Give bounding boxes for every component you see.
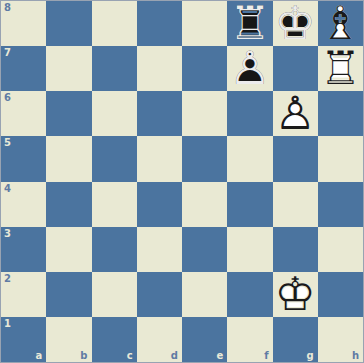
square-h7[interactable]: ♜♖ [318, 46, 363, 91]
square-e4[interactable] [182, 182, 227, 227]
square-d6[interactable] [137, 91, 182, 136]
square-c5[interactable] [92, 136, 137, 181]
square-e8[interactable] [182, 1, 227, 46]
square-f2[interactable] [227, 272, 272, 317]
square-d8[interactable] [137, 1, 182, 46]
square-b3[interactable] [46, 227, 91, 272]
square-e5[interactable] [182, 136, 227, 181]
square-h2[interactable] [318, 272, 363, 317]
file-label-b: b [80, 350, 87, 361]
square-e6[interactable] [182, 91, 227, 136]
square-b7[interactable] [46, 46, 91, 91]
square-g5[interactable] [273, 136, 318, 181]
square-h5[interactable] [318, 136, 363, 181]
chess-board: 8♜♖♚♔♝♗7♟♙♜♖6♟♙5432♚♔1abcdefgh [0, 0, 364, 363]
square-f8[interactable]: ♜♖ [227, 1, 272, 46]
square-f7[interactable]: ♟♙ [227, 46, 272, 91]
white-bishop-h8[interactable]: ♝♗ [318, 1, 363, 46]
square-d3[interactable] [137, 227, 182, 272]
square-c7[interactable] [92, 46, 137, 91]
square-g6[interactable]: ♟♙ [273, 91, 318, 136]
square-b8[interactable] [46, 1, 91, 46]
square-a2[interactable]: 2 [1, 272, 46, 317]
square-h6[interactable] [318, 91, 363, 136]
square-e1[interactable]: e [182, 317, 227, 362]
square-e2[interactable] [182, 272, 227, 317]
rank-label-6: 6 [4, 92, 11, 103]
file-label-c: c [127, 350, 133, 361]
square-b2[interactable] [46, 272, 91, 317]
king-outline: ♔ [273, 1, 318, 46]
file-label-a: a [36, 350, 43, 361]
black-pawn-f7[interactable]: ♟♙ [227, 46, 272, 91]
square-c4[interactable] [92, 182, 137, 227]
square-g2[interactable]: ♚♔ [273, 272, 318, 317]
square-a8[interactable]: 8 [1, 1, 46, 46]
square-c6[interactable] [92, 91, 137, 136]
square-g3[interactable] [273, 227, 318, 272]
file-label-f: f [264, 350, 268, 361]
square-d7[interactable] [137, 46, 182, 91]
square-f6[interactable] [227, 91, 272, 136]
square-h1[interactable]: h [318, 317, 363, 362]
rank-label-1: 1 [4, 318, 11, 329]
square-b6[interactable] [46, 91, 91, 136]
square-b1[interactable]: b [46, 317, 91, 362]
square-h4[interactable] [318, 182, 363, 227]
square-a6[interactable]: 6 [1, 91, 46, 136]
rank-label-3: 3 [4, 228, 11, 239]
square-a3[interactable]: 3 [1, 227, 46, 272]
square-f4[interactable] [227, 182, 272, 227]
square-e7[interactable] [182, 46, 227, 91]
square-c1[interactable]: c [92, 317, 137, 362]
square-d2[interactable] [137, 272, 182, 317]
square-c3[interactable] [92, 227, 137, 272]
square-a4[interactable]: 4 [1, 182, 46, 227]
square-f5[interactable] [227, 136, 272, 181]
rank-label-8: 8 [4, 2, 11, 13]
square-b5[interactable] [46, 136, 91, 181]
rook-outline: ♖ [227, 1, 272, 46]
square-b4[interactable] [46, 182, 91, 227]
rook-outline: ♖ [318, 46, 363, 91]
square-a7[interactable]: 7 [1, 46, 46, 91]
square-a1[interactable]: 1a [1, 317, 46, 362]
square-h8[interactable]: ♝♗ [318, 1, 363, 46]
rank-label-2: 2 [4, 273, 11, 284]
square-d5[interactable] [137, 136, 182, 181]
rank-label-5: 5 [4, 137, 11, 148]
king-outline: ♔ [273, 272, 318, 317]
square-h3[interactable] [318, 227, 363, 272]
white-rook-h7[interactable]: ♜♖ [318, 46, 363, 91]
square-g1[interactable]: g [273, 317, 318, 362]
square-a5[interactable]: 5 [1, 136, 46, 181]
square-c8[interactable] [92, 1, 137, 46]
square-f3[interactable] [227, 227, 272, 272]
file-label-d: d [171, 350, 178, 361]
black-king-g8[interactable]: ♚♔ [273, 1, 318, 46]
pawn-outline: ♙ [227, 46, 272, 91]
rank-label-4: 4 [4, 183, 11, 194]
square-g4[interactable] [273, 182, 318, 227]
white-king-g2[interactable]: ♚♔ [273, 272, 318, 317]
rank-label-7: 7 [4, 47, 11, 58]
square-e3[interactable] [182, 227, 227, 272]
file-label-h: h [352, 350, 359, 361]
pawn-outline: ♙ [273, 91, 318, 136]
square-g7[interactable] [273, 46, 318, 91]
square-g8[interactable]: ♚♔ [273, 1, 318, 46]
white-pawn-g6[interactable]: ♟♙ [273, 91, 318, 136]
black-rook-f8[interactable]: ♜♖ [227, 1, 272, 46]
bishop-outline: ♗ [318, 1, 363, 46]
file-label-g: g [307, 350, 314, 361]
square-f1[interactable]: f [227, 317, 272, 362]
square-d4[interactable] [137, 182, 182, 227]
square-d1[interactable]: d [137, 317, 182, 362]
square-c2[interactable] [92, 272, 137, 317]
file-label-e: e [216, 350, 223, 361]
